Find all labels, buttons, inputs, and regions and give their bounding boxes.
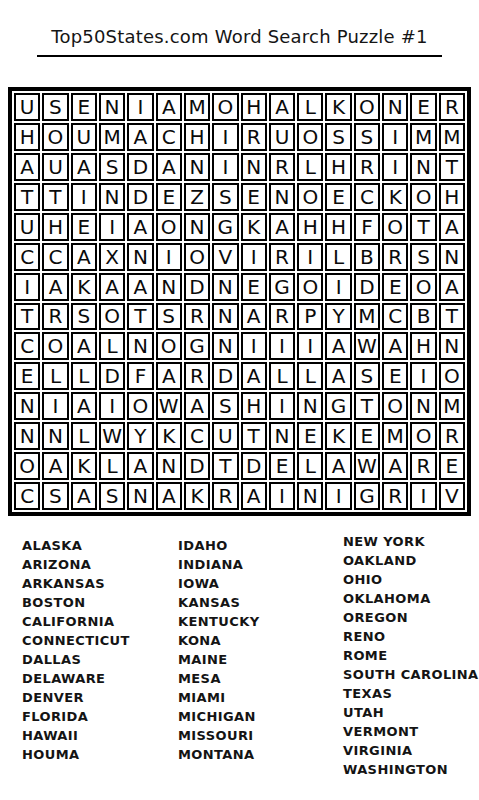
word-item: ALASKA [22, 536, 130, 555]
grid-cell[interactable]: E [156, 183, 182, 211]
grid-cell[interactable]: A [382, 452, 408, 480]
grid-cell[interactable]: L [325, 243, 351, 271]
grid-cell[interactable]: R [269, 153, 295, 181]
word-item: KENTUCKY [178, 612, 260, 631]
word-item: WASHINGTON [343, 760, 479, 779]
grid-cell[interactable]: A [127, 452, 153, 480]
grid-cell[interactable]: I [212, 123, 238, 151]
grid-cell[interactable]: G [269, 273, 295, 301]
grid-cell[interactable]: M [184, 93, 210, 121]
word-item: MONTANA [178, 745, 260, 764]
grid-cell[interactable]: R [382, 482, 408, 510]
grid-cell[interactable]: B [410, 303, 436, 331]
grid-cell[interactable]: W [156, 392, 182, 420]
grid-cell[interactable]: X [99, 243, 125, 271]
grid-cell[interactable]: I [269, 392, 295, 420]
grid-cell[interactable]: U [71, 123, 97, 151]
grid-cell[interactable]: R [354, 153, 380, 181]
grid-cell[interactable]: F [354, 213, 380, 241]
grid-cell[interactable]: L [297, 452, 323, 480]
grid-cell[interactable]: I [410, 482, 436, 510]
grid-cell[interactable]: A [269, 213, 295, 241]
grid-cell[interactable]: E [410, 93, 436, 121]
grid-cell[interactable]: N [410, 153, 436, 181]
grid-cell[interactable]: A [71, 243, 97, 271]
grid-cell[interactable]: S [410, 243, 436, 271]
grid-cell[interactable]: M [410, 123, 436, 151]
grid-cell[interactable]: N [14, 392, 40, 420]
grid-cell[interactable]: S [42, 93, 68, 121]
grid-cell[interactable]: O [439, 362, 465, 390]
grid-cell[interactable]: I [99, 213, 125, 241]
grid-cell[interactable]: A [127, 123, 153, 151]
grid-cell[interactable]: D [184, 452, 210, 480]
grid-cell[interactable]: N [439, 243, 465, 271]
grid-cell[interactable]: U [42, 153, 68, 181]
word-item: FLORIDA [22, 707, 130, 726]
grid-cell[interactable]: O [156, 213, 182, 241]
grid-cell[interactable]: A [127, 213, 153, 241]
grid-cell[interactable]: M [439, 392, 465, 420]
grid-cell[interactable]: E [241, 183, 267, 211]
grid-cell[interactable]: H [184, 123, 210, 151]
grid-cell[interactable]: A [156, 362, 182, 390]
grid-cell[interactable]: I [127, 93, 153, 121]
word-item: HAWAII [22, 726, 130, 745]
word-item: MISSOURI [178, 726, 260, 745]
grid-cell[interactable]: H [325, 153, 351, 181]
grid-cell[interactable]: G [354, 482, 380, 510]
grid-cell[interactable]: Y [127, 422, 153, 450]
word-item: MIAMI [178, 688, 260, 707]
grid-cell[interactable]: E [439, 452, 465, 480]
page-title: Top50States.com Word Search Puzzle #1 [0, 26, 479, 57]
page-title-text: Top50States.com Word Search Puzzle #1 [37, 26, 441, 57]
grid-cell[interactable]: C [42, 243, 68, 271]
grid-cell[interactable]: I [382, 123, 408, 151]
grid-cell[interactable]: E [382, 273, 408, 301]
word-item: NEW YORK [343, 532, 479, 551]
grid-cell[interactable]: A [71, 153, 97, 181]
grid-cell[interactable]: D [127, 183, 153, 211]
grid-cell[interactable]: O [297, 123, 323, 151]
grid-cell[interactable]: L [42, 362, 68, 390]
grid-cell[interactable]: N [382, 93, 408, 121]
grid-cell[interactable]: O [297, 273, 323, 301]
grid-cell[interactable]: D [127, 153, 153, 181]
word-item: KONA [178, 631, 260, 650]
grid-cell[interactable]: I [99, 392, 125, 420]
grid-cell[interactable]: R [42, 303, 68, 331]
grid-cell[interactable]: B [354, 243, 380, 271]
grid-cell[interactable]: N [439, 332, 465, 360]
grid-cell[interactable]: T [439, 153, 465, 181]
grid-cell[interactable]: N [14, 422, 40, 450]
grid-cell[interactable]: K [325, 422, 351, 450]
grid-cell[interactable]: H [241, 93, 267, 121]
grid-cell[interactable]: F [127, 362, 153, 390]
grid-cell[interactable]: O [297, 183, 323, 211]
grid-cell[interactable]: U [269, 123, 295, 151]
grid-cell[interactable]: N [99, 183, 125, 211]
grid-cell[interactable]: M [99, 123, 125, 151]
word-item: MICHIGAN [178, 707, 260, 726]
grid-cell[interactable]: E [297, 422, 323, 450]
grid-cell[interactable]: A [14, 153, 40, 181]
grid-cell[interactable]: O [382, 392, 408, 420]
grid-cell[interactable]: R [184, 303, 210, 331]
grid-cell[interactable]: N [127, 243, 153, 271]
grid-cell[interactable]: T [127, 303, 153, 331]
word-item: MESA [178, 669, 260, 688]
grid-cell[interactable]: A [325, 362, 351, 390]
word-item: KANSAS [178, 593, 260, 612]
grid-cell[interactable]: R [439, 93, 465, 121]
grid-cell[interactable]: O [184, 243, 210, 271]
grid-cell[interactable]: K [325, 93, 351, 121]
word-item: ARIZONA [22, 555, 130, 574]
grid-cell[interactable]: E [325, 183, 351, 211]
grid-cell[interactable]: K [241, 213, 267, 241]
grid-cell[interactable]: T [241, 422, 267, 450]
grid-cell[interactable]: N [269, 183, 295, 211]
word-item: RENO [343, 627, 479, 646]
grid-cell[interactable]: W [354, 452, 380, 480]
grid-cell[interactable]: R [241, 123, 267, 151]
word-item: VERMONT [343, 722, 479, 741]
word-list-column-2: IDAHOINDIANAIOWAKANSASKENTUCKYKONAMAINEM… [178, 536, 260, 764]
grid-cell[interactable]: D [99, 362, 125, 390]
word-item: DELAWARE [22, 669, 130, 688]
grid-cell[interactable]: H [410, 332, 436, 360]
grid-cell[interactable]: T [212, 452, 238, 480]
grid-cell[interactable]: H [297, 213, 323, 241]
grid-cell[interactable]: A [439, 273, 465, 301]
grid-cell[interactable]: I [297, 332, 323, 360]
grid-cell[interactable]: N [297, 392, 323, 420]
grid-cell[interactable]: M [439, 123, 465, 151]
grid-cell[interactable]: S [325, 123, 351, 151]
grid-cell[interactable]: O [42, 123, 68, 151]
grid-cell[interactable]: O [14, 452, 40, 480]
grid-cell[interactable]: I [14, 273, 40, 301]
grid-cell[interactable]: W [99, 422, 125, 450]
word-item: MAINE [178, 650, 260, 669]
grid-cell[interactable]: C [382, 303, 408, 331]
grid-cell[interactable]: N [410, 392, 436, 420]
grid-cell[interactable]: N [42, 422, 68, 450]
grid-cell[interactable]: K [71, 452, 97, 480]
grid-cell[interactable]: T [14, 183, 40, 211]
grid-cell[interactable]: C [184, 422, 210, 450]
grid-cell[interactable]: S [99, 482, 125, 510]
word-item: BOSTON [22, 593, 130, 612]
grid-cell[interactable]: A [269, 93, 295, 121]
word-item: INDIANA [178, 555, 260, 574]
grid-cell[interactable]: T [410, 213, 436, 241]
grid-cell[interactable]: N [127, 482, 153, 510]
grid-cell[interactable]: M [382, 422, 408, 450]
grid-cell[interactable]: N [269, 422, 295, 450]
grid-cell[interactable]: R [439, 422, 465, 450]
word-item: IOWA [178, 574, 260, 593]
grid-cell[interactable]: H [42, 213, 68, 241]
grid-cell[interactable]: P [297, 303, 323, 331]
grid-cell[interactable]: G [325, 392, 351, 420]
word-item: DALLAS [22, 650, 130, 669]
word-item: ARKANSAS [22, 574, 130, 593]
word-item: SOUTH CAROLINA [343, 665, 479, 684]
grid-cell[interactable]: N [212, 273, 238, 301]
word-list-column-1: ALASKAARIZONAARKANSASBOSTONCALIFORNIACON… [22, 536, 130, 764]
grid-cell[interactable]: A [99, 273, 125, 301]
grid-cell[interactable]: A [71, 332, 97, 360]
grid-cell[interactable]: C [14, 482, 40, 510]
grid-cell[interactable]: E [14, 362, 40, 390]
grid-cell[interactable]: K [184, 482, 210, 510]
grid-cell[interactable]: U [14, 93, 40, 121]
grid-cell[interactable]: N [241, 153, 267, 181]
grid-cell[interactable]: I [71, 183, 97, 211]
grid-cell[interactable]: S [156, 303, 182, 331]
grid-cell[interactable]: A [382, 332, 408, 360]
grid-cell[interactable]: M [354, 303, 380, 331]
grid-cell[interactable]: E [269, 452, 295, 480]
grid-cell[interactable]: A [241, 303, 267, 331]
grid-cell[interactable]: I [410, 362, 436, 390]
grid-cell[interactable]: N [184, 213, 210, 241]
grid-cell[interactable]: G [212, 213, 238, 241]
grid-cell[interactable]: O [99, 303, 125, 331]
word-item: OHIO [343, 570, 479, 589]
grid-cell[interactable]: I [42, 392, 68, 420]
word-item: ROME [343, 646, 479, 665]
grid-cell[interactable]: S [354, 123, 380, 151]
grid-cell[interactable]: L [269, 362, 295, 390]
grid-cell[interactable]: C [156, 123, 182, 151]
grid-cell[interactable]: A [156, 153, 182, 181]
grid-cell[interactable]: I [269, 332, 295, 360]
grid-cell[interactable]: C [14, 332, 40, 360]
grid-cell[interactable]: R [184, 362, 210, 390]
word-item: OREGON [343, 608, 479, 627]
grid-cell[interactable]: C [354, 183, 380, 211]
grid-cell[interactable]: S [99, 153, 125, 181]
grid-cell[interactable]: S [354, 362, 380, 390]
grid-cell[interactable]: A [127, 273, 153, 301]
grid-cell[interactable]: R [212, 482, 238, 510]
grid-cell[interactable]: L [71, 362, 97, 390]
grid-cell[interactable]: E [382, 362, 408, 390]
grid-cell[interactable]: S [212, 392, 238, 420]
grid-cell[interactable]: V [212, 243, 238, 271]
grid-cell[interactable]: D [184, 273, 210, 301]
grid-cell[interactable]: V [439, 482, 465, 510]
grid-cell[interactable]: H [241, 392, 267, 420]
grid-cell[interactable]: O [410, 422, 436, 450]
grid-cell[interactable]: A [241, 482, 267, 510]
grid-cell[interactable]: A [156, 93, 182, 121]
grid-cell[interactable]: Z [184, 183, 210, 211]
grid-cell[interactable]: O [354, 93, 380, 121]
grid-cell[interactable]: A [439, 213, 465, 241]
grid-cell[interactable]: R [410, 452, 436, 480]
word-item: CALIFORNIA [22, 612, 130, 631]
grid-cell[interactable]: O [156, 332, 182, 360]
grid-cell[interactable]: N [156, 452, 182, 480]
grid-cell[interactable]: I [325, 273, 351, 301]
grid-cell[interactable]: K [71, 273, 97, 301]
grid-cell[interactable]: N [212, 332, 238, 360]
grid-cell[interactable]: U [14, 213, 40, 241]
word-item: OKLAHOMA [343, 589, 479, 608]
grid-cell[interactable]: N [127, 332, 153, 360]
grid-cell[interactable]: I [382, 153, 408, 181]
grid-cell[interactable]: A [42, 452, 68, 480]
grid-cell[interactable]: A [325, 332, 351, 360]
grid-cell[interactable]: D [212, 362, 238, 390]
grid-cell[interactable]: S [42, 482, 68, 510]
grid-cell[interactable]: I [156, 243, 182, 271]
grid-cell[interactable]: T [14, 303, 40, 331]
grid-cell[interactable]: R [382, 243, 408, 271]
grid-cell[interactable]: S [71, 303, 97, 331]
grid-cell[interactable]: A [184, 392, 210, 420]
grid-cell[interactable]: K [382, 183, 408, 211]
grid-cell[interactable]: E [71, 93, 97, 121]
grid-cell[interactable]: R [269, 303, 295, 331]
word-search-grid: USENIAMOHALKONERHOUMACHIRUOSSIMMAUASDANI… [8, 87, 471, 516]
grid-cell[interactable]: A [241, 362, 267, 390]
grid-cell[interactable]: I [212, 153, 238, 181]
grid-cell[interactable]: D [354, 273, 380, 301]
grid-cell[interactable]: O [410, 273, 436, 301]
grid-cell[interactable]: Y [325, 303, 351, 331]
grid-cell[interactable]: I [241, 332, 267, 360]
grid-cell[interactable]: L [99, 452, 125, 480]
grid-cell[interactable]: C [14, 243, 40, 271]
grid-cell[interactable]: I [325, 482, 351, 510]
grid-cell[interactable]: A [42, 273, 68, 301]
grid-cell[interactable]: O [127, 392, 153, 420]
grid-cell[interactable]: I [241, 243, 267, 271]
word-list-column-3: NEW YORKOAKLANDOHIOOKLAHOMAOREGONRENOROM… [343, 532, 479, 779]
grid-cell[interactable]: A [71, 482, 97, 510]
grid-cell[interactable]: L [297, 362, 323, 390]
grid-cell[interactable]: H [439, 183, 465, 211]
grid-cell[interactable]: N [99, 93, 125, 121]
grid-cell[interactable]: T [42, 183, 68, 211]
grid-cell[interactable]: E [71, 213, 97, 241]
grid-cell[interactable]: L [297, 153, 323, 181]
grid-cell[interactable]: G [184, 332, 210, 360]
grid-cell[interactable]: L [297, 93, 323, 121]
grid-cell[interactable]: E [354, 422, 380, 450]
grid-cell[interactable]: N [212, 303, 238, 331]
word-item: HOUMA [22, 745, 130, 764]
grid-cell[interactable]: D [241, 452, 267, 480]
word-item: TEXAS [343, 684, 479, 703]
grid-cell[interactable]: W [354, 332, 380, 360]
grid-cell[interactable]: N [156, 273, 182, 301]
grid-cell[interactable]: U [212, 422, 238, 450]
word-item: OAKLAND [343, 551, 479, 570]
grid-cell[interactable]: S [212, 183, 238, 211]
grid-cell[interactable]: E [241, 273, 267, 301]
grid-cell[interactable]: I [297, 243, 323, 271]
grid-cell[interactable]: A [71, 392, 97, 420]
grid-cell[interactable]: H [14, 123, 40, 151]
grid-cell[interactable]: L [71, 422, 97, 450]
word-item: IDAHO [178, 536, 260, 555]
grid-cell[interactable]: T [354, 392, 380, 420]
word-item: CONNECTICUT [22, 631, 130, 650]
grid-cell[interactable]: T [439, 303, 465, 331]
grid-cell[interactable]: O [410, 183, 436, 211]
grid-cell[interactable]: O [212, 93, 238, 121]
grid-cell[interactable]: O [382, 213, 408, 241]
grid-cell[interactable]: N [184, 153, 210, 181]
grid-cell[interactable]: L [99, 332, 125, 360]
word-item: UTAH [343, 703, 479, 722]
grid-cell[interactable]: K [156, 422, 182, 450]
grid-cell[interactable]: H [325, 213, 351, 241]
word-item: DENVER [22, 688, 130, 707]
grid-cell[interactable]: O [42, 332, 68, 360]
grid-cell[interactable]: I [269, 482, 295, 510]
grid-cell[interactable]: N [297, 482, 323, 510]
grid-cell[interactable]: A [156, 482, 182, 510]
grid-cell[interactable]: A [325, 452, 351, 480]
word-item: VIRGINIA [343, 741, 479, 760]
grid-cell[interactable]: R [269, 243, 295, 271]
